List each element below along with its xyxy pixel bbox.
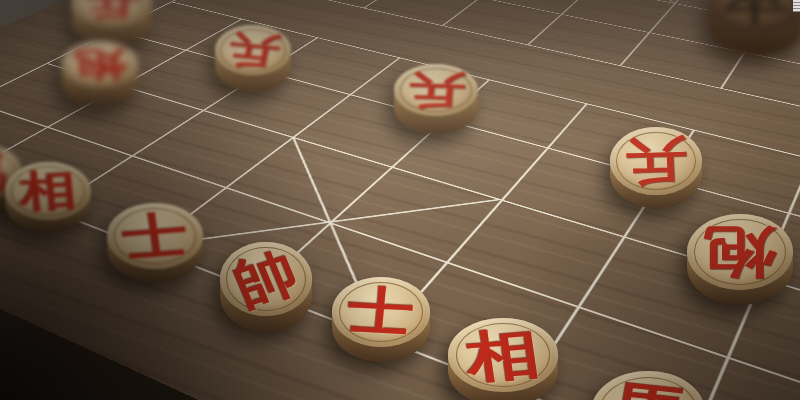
piece-face: 兵 [394, 64, 478, 116]
piece-character: 相 [462, 325, 543, 384]
piece-character: 卒 [724, 0, 789, 24]
piece-red-cannon-b3[interactable]: 炮 [62, 41, 138, 106]
piece-red-soldier-a4[interactable]: 兵 [72, 0, 152, 46]
piece-character: 士 [346, 285, 416, 339]
piece-face: 士 [107, 203, 203, 269]
piece-red-horse-h1[interactable]: 馬 [591, 371, 705, 400]
piece-character: 兵 [84, 0, 140, 20]
piece-red-soldier-g4[interactable]: 兵 [610, 127, 702, 208]
piece-character: 相 [17, 168, 79, 213]
piece-character: 馬 [605, 378, 692, 400]
piece-face: 相 [448, 318, 558, 392]
piece-character: 炮 [73, 46, 127, 81]
piece-red-cannon-h3[interactable]: 炮 [687, 214, 793, 305]
photo-scene: 兵兵兵兵炮炮馬相士帥士相馬卒 [0, 0, 800, 400]
pieces-layer: 兵兵兵兵炮炮馬相士帥士相馬卒 [0, 0, 800, 400]
piece-character: 兵 [624, 135, 688, 186]
piece-character: 兵 [224, 30, 282, 71]
piece-red-soldier-e4[interactable]: 兵 [394, 64, 478, 134]
piece-red-advisor-d1[interactable]: 士 [107, 203, 203, 282]
piece-face: 炮 [62, 41, 138, 87]
piece-face: 兵 [215, 25, 291, 75]
piece-character: 炮 [704, 224, 776, 279]
piece-character: 兵 [406, 70, 466, 110]
piece-red-advisor-f1[interactable]: 士 [332, 277, 430, 362]
piece-face: 炮 [687, 214, 793, 290]
piece-face: 士 [332, 277, 430, 347]
piece-black-soldier-g7[interactable]: 卒 [708, 0, 800, 56]
piece-face: 相 [5, 162, 91, 220]
piece-character: 士 [119, 210, 190, 263]
piece-character: 帥 [226, 244, 305, 313]
piece-red-elephant-g1[interactable]: 相 [448, 318, 558, 400]
piece-face: 馬 [591, 371, 705, 400]
piece-red-soldier-c4[interactable]: 兵 [215, 25, 291, 92]
piece-red-elephant-c1[interactable]: 相 [5, 162, 91, 232]
piece-face: 兵 [610, 127, 702, 195]
piece-red-general-e1[interactable]: 帥 [220, 242, 312, 332]
piece-face: 帥 [220, 242, 312, 316]
watermark-fragment [793, 0, 800, 12]
